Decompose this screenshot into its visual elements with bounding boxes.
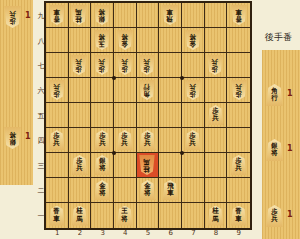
piece-kanji: 車	[54, 216, 60, 223]
piece-kanji: 車	[54, 8, 60, 15]
star-point	[180, 151, 184, 155]
shogi-piece[interactable]: 歩兵	[266, 205, 283, 227]
star-point	[180, 76, 184, 80]
board-cell-file6-rank3[interactable]	[159, 153, 182, 178]
hand-count: 1	[287, 144, 297, 153]
board-cell-file1-rank5[interactable]	[46, 103, 69, 128]
board-cell-file5-rank9[interactable]	[137, 3, 160, 28]
shogi-piece[interactable]: 歩兵	[139, 55, 155, 75]
hand-piece-角行[interactable]: 角行1	[266, 84, 296, 108]
board-cell-file4-rank2[interactable]	[114, 178, 137, 203]
piece-kanji: 馬	[144, 158, 150, 165]
turn-indicator: 後手番	[257, 31, 300, 44]
board-cell-file3-rank4[interactable]: 歩兵	[91, 128, 114, 153]
shogi-piece[interactable]: 香車	[49, 5, 65, 25]
shogi-piece[interactable]: 歩兵	[139, 130, 155, 150]
piece-kanji: 車	[167, 190, 173, 197]
piece-kanji: 車	[235, 216, 241, 223]
file-label-6: 6	[159, 229, 182, 238]
piece-kanji: 兵	[235, 83, 241, 90]
board-cell-file2-rank7[interactable]: 歩兵	[69, 53, 92, 78]
piece-kanji: 銀	[9, 138, 15, 145]
piece-kanji: 将	[99, 190, 105, 197]
board-cell-file4-rank1[interactable]: 王将	[114, 203, 137, 228]
shogi-piece[interactable]: 王将	[117, 206, 133, 226]
file-label-2: 2	[69, 229, 92, 238]
piece-kanji: 将	[9, 131, 15, 138]
shogi-piece[interactable]: 銀将	[94, 5, 110, 25]
piece-kanji: 将	[144, 190, 150, 197]
piece-kanji: 将	[99, 33, 105, 40]
shogi-piece[interactable]: 玉将	[94, 30, 110, 50]
hand-count: 1	[25, 132, 35, 141]
hand-piece-歩兵[interactable]: 歩兵1	[4, 6, 34, 30]
piece-kanji: 歩	[235, 90, 241, 97]
board-cell-file3-rank1[interactable]	[91, 203, 114, 228]
shogi-piece[interactable]: 銀将	[266, 139, 283, 161]
hand-count: 1	[287, 89, 297, 98]
shogi-piece[interactable]: 歩兵	[49, 130, 65, 150]
board-cell-file3-rank2[interactable]: 金将	[91, 178, 114, 203]
board-cell-file2-rank5[interactable]	[69, 103, 92, 128]
board-cell-file8-rank4[interactable]	[205, 128, 228, 153]
board-cell-file7-rank6[interactable]: 歩兵	[182, 78, 205, 103]
board-cell-file2-rank2[interactable]	[69, 178, 92, 203]
board-cell-file5-rank1[interactable]	[137, 203, 160, 228]
shogi-piece[interactable]: 歩兵	[231, 155, 247, 175]
shogi-piece[interactable]: 歩兵	[185, 80, 201, 100]
board-cell-file8-rank3[interactable]	[205, 153, 228, 178]
piece-kanji: 将	[99, 165, 105, 172]
file-label-3: 3	[91, 229, 114, 238]
piece-kanji: 兵	[144, 58, 150, 65]
board-cell-file5-rank5[interactable]	[137, 103, 160, 128]
shogi-piece[interactable]: 歩兵	[117, 130, 133, 150]
board-cell-file4-rank9[interactable]	[114, 3, 137, 28]
piece-kanji: 将	[122, 33, 128, 40]
board-cell-file9-rank2[interactable]	[227, 178, 250, 203]
shogi-piece[interactable]: 桂馬	[207, 206, 223, 226]
piece-kanji: 将	[99, 8, 105, 15]
board-cell-file8-rank6[interactable]	[205, 78, 228, 103]
board-cell-file5-rank4[interactable]: 歩兵	[137, 128, 160, 153]
shogi-piece[interactable]: 金将	[94, 180, 110, 200]
piece-kanji: 馬	[76, 8, 82, 15]
piece-kanji: 金	[190, 40, 196, 47]
piece-kanji: 将	[271, 150, 277, 157]
shogi-piece[interactable]: 歩兵	[71, 55, 87, 75]
shogi-piece[interactable]: 歩兵	[207, 55, 223, 75]
file-label-7: 7	[182, 229, 205, 238]
board-cell-file4-rank3[interactable]	[114, 153, 137, 178]
board-cell-file6-rank7[interactable]	[159, 53, 182, 78]
shogi-piece[interactable]: 金将	[117, 30, 133, 50]
board-cell-file2-rank1[interactable]: 桂馬	[69, 203, 92, 228]
board-cell-file7-rank5[interactable]	[182, 103, 205, 128]
board-cell-file1-rank9[interactable]: 香車	[46, 3, 69, 28]
board-cell-file4-rank8[interactable]: 金将	[114, 28, 137, 53]
board-cell-file2-rank8[interactable]	[69, 28, 92, 53]
star-point	[112, 151, 116, 155]
piece-kanji: 兵	[54, 140, 60, 147]
board-cell-file8-rank9[interactable]	[205, 3, 228, 28]
shogi-piece[interactable]: 歩兵	[71, 155, 87, 175]
shogi-piece[interactable]: 飛車	[162, 5, 178, 25]
piece-kanji: 銀	[99, 15, 105, 22]
piece-kanji: 兵	[76, 58, 82, 65]
piece-kanji: 兵	[271, 216, 277, 223]
board-cell-file2-rank6[interactable]	[69, 78, 92, 103]
board-cell-file4-rank4[interactable]: 歩兵	[114, 128, 137, 153]
board-cell-file7-rank3[interactable]	[182, 153, 205, 178]
board-cell-file5-rank7[interactable]: 歩兵	[137, 53, 160, 78]
piece-kanji: 兵	[190, 83, 196, 90]
shogi-board: 香車桂馬銀将飛車香車玉将金将金将歩兵歩兵歩兵歩兵歩兵歩兵角行歩兵歩兵歩兵歩兵歩兵…	[44, 1, 252, 230]
shogi-piece[interactable]: 桂馬	[71, 206, 87, 226]
piece-kanji: 兵	[54, 83, 60, 90]
shogi-piece[interactable]: 歩兵	[207, 105, 223, 125]
board-cell-file8-rank7[interactable]: 歩兵	[205, 53, 228, 78]
piece-kanji: 桂	[76, 15, 82, 22]
piece-kanji: 兵	[122, 140, 128, 147]
board-cell-file7-rank4[interactable]: 歩兵	[182, 128, 205, 153]
board-cell-file7-rank8[interactable]: 金将	[182, 28, 205, 53]
board-cell-file5-rank3[interactable]: 桂馬	[137, 153, 160, 178]
shogi-piece[interactable]: 歩兵	[94, 130, 110, 150]
board-cell-file2-rank3[interactable]: 歩兵	[69, 153, 92, 178]
file-label-1: 1	[46, 229, 69, 238]
shogi-piece[interactable]: 角行	[139, 80, 155, 100]
hand-piece-銀将[interactable]: 銀将1	[266, 139, 296, 163]
piece-kanji: 兵	[235, 165, 241, 172]
hand-piece-銀将[interactable]: 銀将1	[4, 127, 34, 151]
piece-kanji: 兵	[144, 140, 150, 147]
shogi-piece[interactable]: 香車	[231, 206, 247, 226]
board-cell-file5-rank6[interactable]: 角行	[137, 78, 160, 103]
board-cell-file1-rank2[interactable]	[46, 178, 69, 203]
shogi-piece[interactable]: 金将	[185, 30, 201, 50]
board-cell-file4-rank6[interactable]	[114, 78, 137, 103]
sente-hand-tray: 歩兵1銀将1	[0, 0, 33, 185]
shogi-piece[interactable]: 銀将	[94, 155, 110, 175]
file-labels: 123456789	[46, 229, 250, 238]
shogi-piece[interactable]: 歩兵	[4, 6, 21, 28]
piece-kanji: 馬	[212, 216, 218, 223]
piece-kanji: 行	[144, 83, 150, 90]
board-cell-file3-rank5[interactable]	[91, 103, 114, 128]
board-cell-file6-rank1[interactable]	[159, 203, 182, 228]
board-cell-file6-rank2[interactable]: 飛車	[159, 178, 182, 203]
board-cell-file9-rank4[interactable]	[227, 128, 250, 153]
board-cell-file9-rank9[interactable]: 香車	[227, 3, 250, 28]
board-cell-file6-rank9[interactable]: 飛車	[159, 3, 182, 28]
shogi-app: 歩兵1銀将1 後手番 角行1銀将1歩兵1 九八七六五四三二一 香車桂馬銀将飛車香…	[0, 0, 300, 239]
board-cell-file9-rank8[interactable]	[227, 28, 250, 53]
piece-kanji: 兵	[99, 58, 105, 65]
board-cell-file3-rank8[interactable]: 玉将	[91, 28, 114, 53]
board-cell-file1-rank7[interactable]	[46, 53, 69, 78]
board-cell-file7-rank2[interactable]	[182, 178, 205, 203]
file-label-8: 8	[205, 229, 228, 238]
piece-kanji: 歩	[54, 90, 60, 97]
hand-count: 1	[287, 210, 297, 219]
board-cell-file1-rank4[interactable]: 歩兵	[46, 128, 69, 153]
board-cell-file6-rank6[interactable]	[159, 78, 182, 103]
piece-kanji: 馬	[76, 216, 82, 223]
piece-kanji: 歩	[122, 65, 128, 72]
piece-kanji: 玉	[99, 40, 105, 47]
board-cell-file6-rank8[interactable]	[159, 28, 182, 53]
shogi-piece[interactable]: 歩兵	[94, 55, 110, 75]
board-cell-file1-rank1[interactable]: 香車	[46, 203, 69, 228]
piece-kanji: 兵	[9, 10, 15, 17]
board-cell-file9-rank6[interactable]: 歩兵	[227, 78, 250, 103]
piece-kanji: 桂	[144, 165, 150, 172]
shogi-piece[interactable]: 香車	[49, 206, 65, 226]
board-cell-file9-rank7[interactable]	[227, 53, 250, 78]
piece-kanji: 飛	[167, 15, 173, 22]
board-grid: 香車桂馬銀将飛車香車玉将金将金将歩兵歩兵歩兵歩兵歩兵歩兵角行歩兵歩兵歩兵歩兵歩兵…	[46, 3, 250, 228]
board-cell-file3-rank3[interactable]: 銀将	[91, 153, 114, 178]
shogi-piece[interactable]: 桂馬	[71, 5, 87, 25]
piece-kanji: 兵	[212, 58, 218, 65]
board-cell-file3-rank6[interactable]	[91, 78, 114, 103]
piece-kanji: 将	[122, 216, 128, 223]
board-cell-file6-rank5[interactable]	[159, 103, 182, 128]
piece-kanji: 兵	[190, 140, 196, 147]
piece-kanji: 兵	[76, 165, 82, 172]
hand-piece-歩兵[interactable]: 歩兵1	[266, 205, 296, 229]
piece-kanji: 角	[144, 90, 150, 97]
piece-kanji: 歩	[190, 90, 196, 97]
board-cell-file4-rank5[interactable]	[114, 103, 137, 128]
piece-kanji: 金	[122, 40, 128, 47]
piece-kanji: 歩	[76, 65, 82, 72]
piece-kanji: 香	[54, 15, 60, 22]
board-cell-file8-rank2[interactable]	[205, 178, 228, 203]
board-cell-file9-rank1[interactable]: 香車	[227, 203, 250, 228]
file-label-9: 9	[227, 229, 250, 238]
shogi-piece[interactable]: 角行	[266, 84, 283, 106]
shogi-piece[interactable]: 金将	[139, 180, 155, 200]
board-cell-file8-rank1[interactable]: 桂馬	[205, 203, 228, 228]
board-cell-file6-rank4[interactable]	[159, 128, 182, 153]
board-cell-file8-rank8[interactable]	[205, 28, 228, 53]
shogi-piece[interactable]: 飛車	[162, 180, 178, 200]
shogi-piece[interactable]: 銀将	[4, 127, 21, 149]
board-cell-file1-rank8[interactable]	[46, 28, 69, 53]
board-cell-file2-rank4[interactable]	[69, 128, 92, 153]
board-cell-file1-rank6[interactable]: 歩兵	[46, 78, 69, 103]
piece-kanji: 歩	[9, 17, 15, 24]
piece-kanji: 車	[235, 8, 241, 15]
file-label-5: 5	[137, 229, 160, 238]
board-cell-file9-rank3[interactable]: 歩兵	[227, 153, 250, 178]
piece-kanji: 歩	[99, 65, 105, 72]
board-cell-file7-rank1[interactable]	[182, 203, 205, 228]
board-cell-file8-rank5[interactable]: 歩兵	[205, 103, 228, 128]
piece-kanji: 歩	[212, 65, 218, 72]
board-cell-file3-rank7[interactable]: 歩兵	[91, 53, 114, 78]
shogi-piece[interactable]: 歩兵	[185, 130, 201, 150]
file-label-4: 4	[114, 229, 137, 238]
piece-kanji: 行	[271, 95, 277, 102]
shogi-piece[interactable]: 桂馬	[139, 155, 155, 175]
board-cell-file5-rank2[interactable]: 金将	[137, 178, 160, 203]
star-point	[112, 76, 116, 80]
board-cell-file7-rank7[interactable]	[182, 53, 205, 78]
piece-kanji: 車	[167, 8, 173, 15]
shogi-piece[interactable]: 香車	[231, 5, 247, 25]
shogi-piece[interactable]: 歩兵	[49, 80, 65, 100]
board-cell-file3-rank9[interactable]: 銀将	[91, 3, 114, 28]
piece-kanji: 香	[235, 15, 241, 22]
shogi-piece[interactable]: 歩兵	[231, 80, 247, 100]
piece-kanji: 将	[190, 33, 196, 40]
piece-kanji: 歩	[144, 65, 150, 72]
board-cell-file2-rank9[interactable]: 桂馬	[69, 3, 92, 28]
board-cell-file1-rank3[interactable]	[46, 153, 69, 178]
shogi-piece[interactable]: 歩兵	[117, 55, 133, 75]
piece-kanji: 兵	[99, 140, 105, 147]
board-cell-file9-rank5[interactable]	[227, 103, 250, 128]
board-cell-file5-rank8[interactable]	[137, 28, 160, 53]
hand-count: 1	[25, 11, 35, 20]
board-cell-file4-rank7[interactable]: 歩兵	[114, 53, 137, 78]
board-cell-file7-rank9[interactable]	[182, 3, 205, 28]
gote-hand-tray: 角行1銀将1歩兵1	[262, 50, 300, 239]
piece-kanji: 兵	[212, 115, 218, 122]
piece-kanji: 兵	[122, 58, 128, 65]
